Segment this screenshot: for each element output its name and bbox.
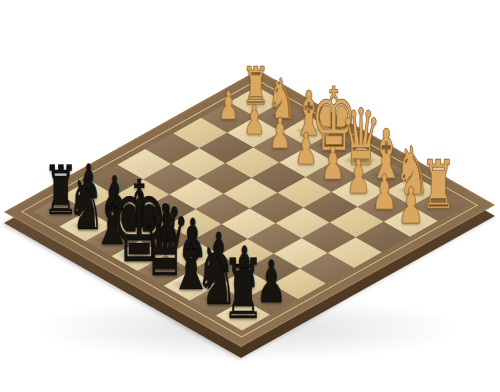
piece-black-rook: ♜	[219, 249, 267, 332]
piece-white-pawn: ♟	[345, 154, 372, 201]
piece-white-pawn: ♟	[217, 86, 240, 125]
piece-white-pawn: ♟	[396, 181, 425, 231]
piece-white-pawn: ♟	[242, 100, 266, 141]
piece-white-pawn: ♟	[371, 168, 399, 217]
piece-white-pawn: ♟	[319, 141, 345, 186]
piece-white-pawn: ♟	[294, 127, 319, 171]
piece-white-pawn: ♟	[268, 113, 292, 155]
photo-stage: ♜♞♝♛♚♝♞♜♟♟♟♟♟♟♟♟♟♟♟♟♟♟♟♟♜♞♝♛♚♝♞♜	[0, 0, 500, 392]
